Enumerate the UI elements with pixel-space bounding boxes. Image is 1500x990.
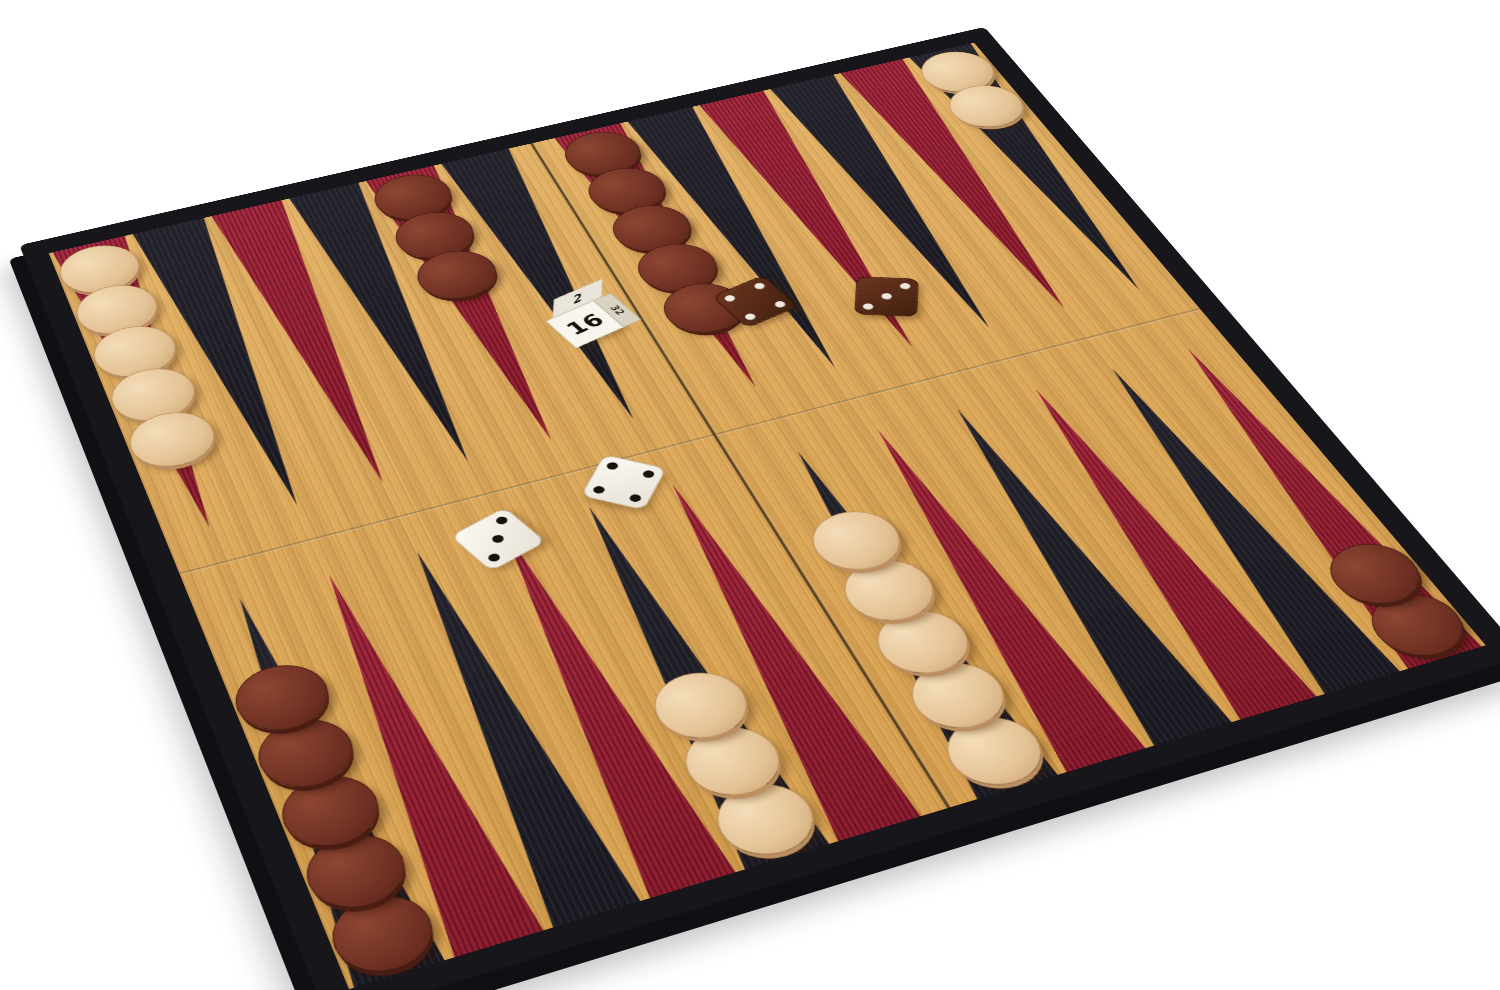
backgammon-playing-field: 2 16 32 xyxy=(49,43,1486,989)
backgammon-board-frame: 2 16 32 xyxy=(19,27,1500,990)
die-pip xyxy=(592,485,606,494)
product-photo-stage: 2 16 32 xyxy=(0,0,1500,990)
die-brown-3[interactable] xyxy=(854,276,918,317)
backgammon-board-tilted: 2 16 32 xyxy=(19,27,1500,990)
die-pip xyxy=(642,469,656,478)
die-pip xyxy=(628,494,642,503)
die-pip xyxy=(605,461,619,470)
die-pip xyxy=(900,283,911,290)
doubling-cube-top-value: 2 xyxy=(573,289,582,306)
die-pip xyxy=(485,552,501,563)
die-pip xyxy=(752,282,766,291)
die-pip xyxy=(489,534,505,545)
die-pip xyxy=(722,294,737,303)
die-pip xyxy=(881,293,892,300)
doubling-cube-front-value: 16 xyxy=(560,309,609,338)
doubling-cube-side-value: 32 xyxy=(607,303,627,316)
die-pip xyxy=(743,313,758,322)
die-pip xyxy=(773,300,788,309)
die-pip xyxy=(493,515,509,526)
die-pip xyxy=(862,304,873,311)
